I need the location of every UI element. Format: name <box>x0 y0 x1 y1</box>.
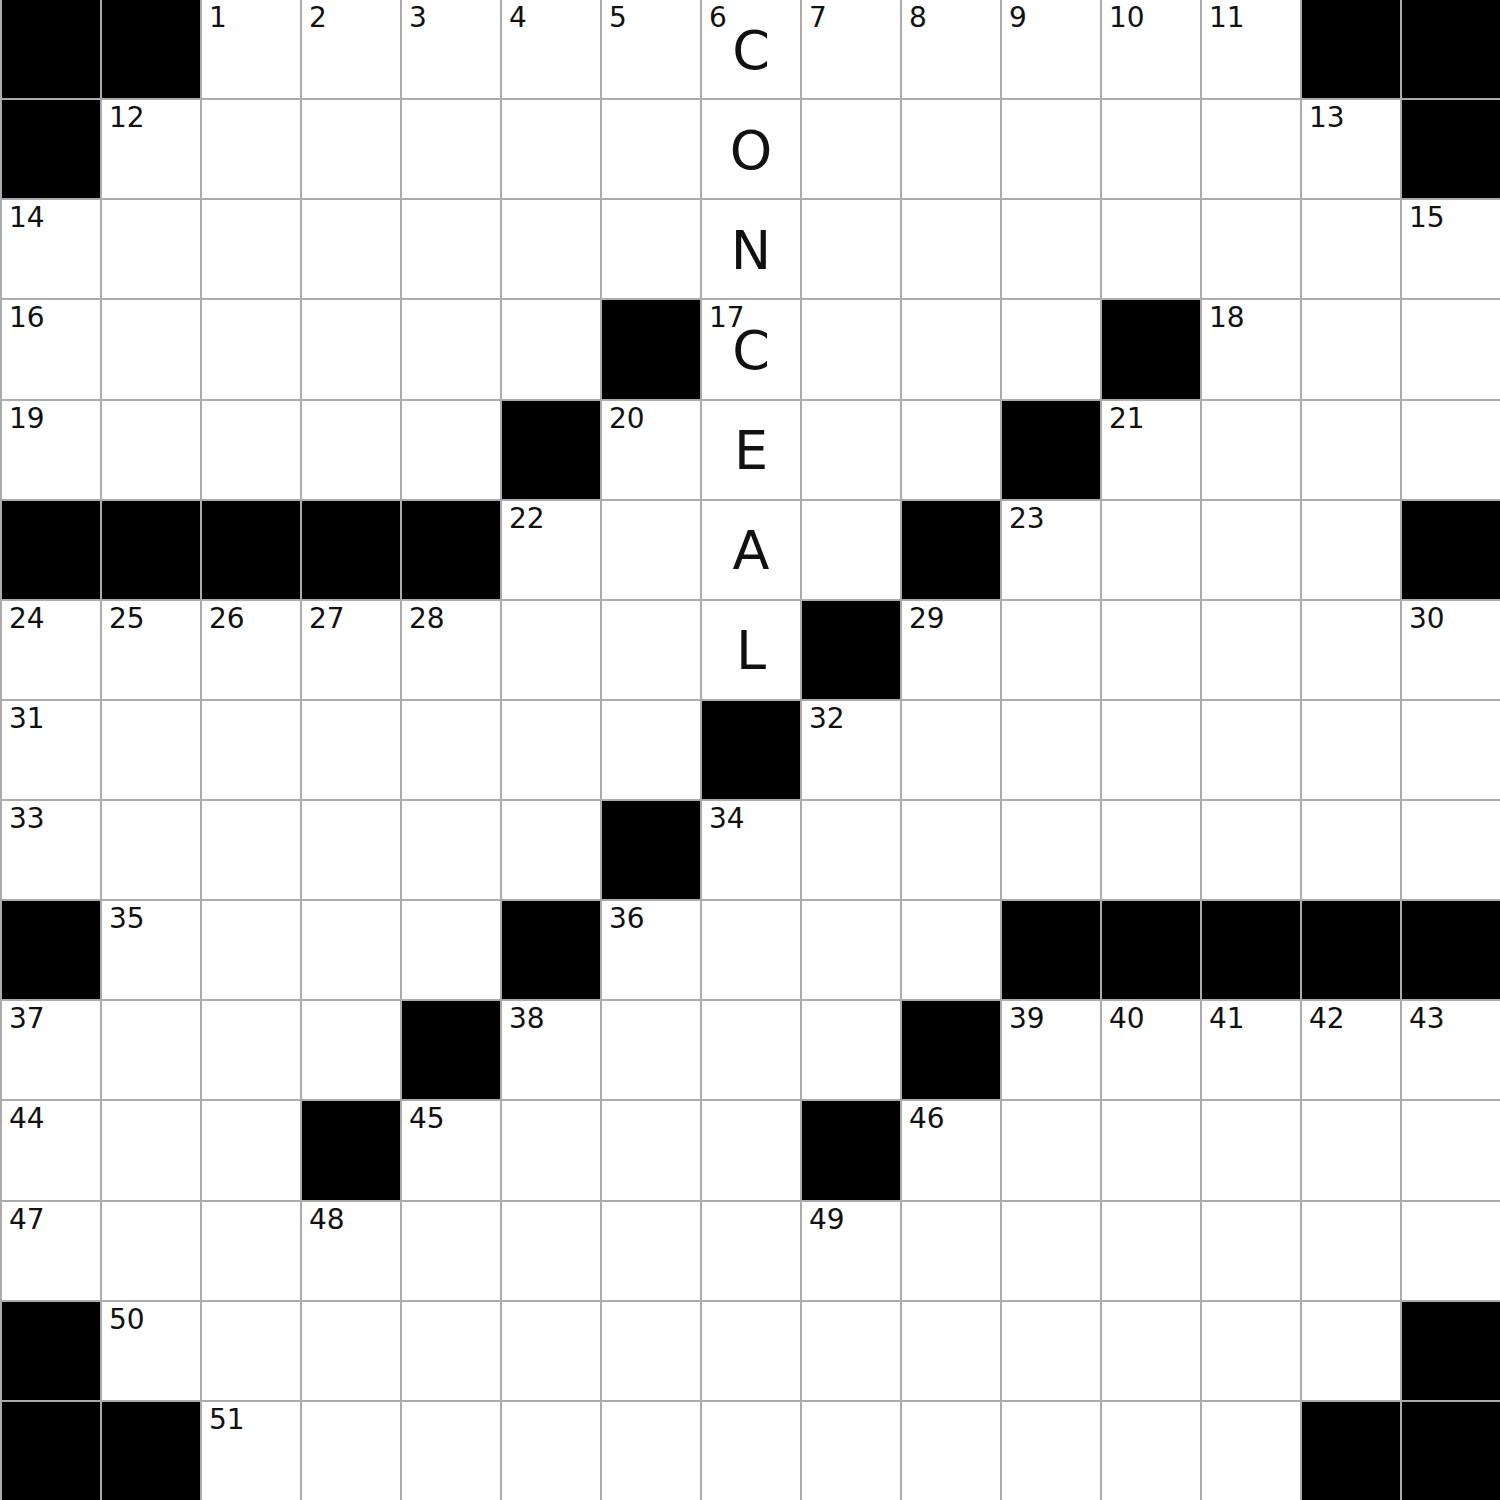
cell-4-3[interactable] <box>302 401 400 499</box>
clue-number: 19 <box>9 404 45 435</box>
clue-number: 30 <box>1409 604 1445 635</box>
black-cell-14-0 <box>2 1402 100 1500</box>
cell-3-0[interactable]: 16 <box>2 300 100 398</box>
cell-13-2[interactable] <box>202 1302 300 1400</box>
cell-1-1[interactable]: 12 <box>102 100 200 198</box>
black-cell-7-7 <box>702 701 800 799</box>
cell-2-7[interactable]: N <box>702 200 800 298</box>
cell-5-11[interactable] <box>1102 501 1200 599</box>
cell-8-8[interactable] <box>802 801 900 899</box>
cell-3-8[interactable] <box>802 300 900 398</box>
cell-11-12[interactable] <box>1202 1101 1300 1199</box>
cell-13-1[interactable]: 50 <box>102 1302 200 1400</box>
clue-number: 42 <box>1309 1004 1345 1035</box>
clue-number: 43 <box>1409 1004 1445 1035</box>
clue-number: 27 <box>309 604 345 635</box>
cell-10-13[interactable]: 42 <box>1302 1001 1400 1099</box>
black-cell-5-4 <box>402 501 500 599</box>
cell-14-3[interactable] <box>302 1402 400 1500</box>
cell-2-10[interactable] <box>1002 200 1100 298</box>
cell-3-1[interactable] <box>102 300 200 398</box>
cell-7-11[interactable] <box>1102 701 1200 799</box>
cell-1-11[interactable] <box>1102 100 1200 198</box>
cell-3-10[interactable] <box>1002 300 1100 398</box>
clue-number: 31 <box>9 704 45 735</box>
clue-number: 20 <box>609 404 645 435</box>
cell-letter: O <box>702 100 800 198</box>
cell-14-5[interactable] <box>502 1402 600 1500</box>
cell-4-7[interactable]: E <box>702 401 800 499</box>
cell-9-4[interactable] <box>402 901 500 999</box>
clue-number: 18 <box>1209 303 1245 334</box>
cell-8-3[interactable] <box>302 801 400 899</box>
black-cell-5-1 <box>102 501 200 599</box>
cell-2-0[interactable]: 14 <box>2 200 100 298</box>
cell-12-7[interactable] <box>702 1202 800 1300</box>
black-cell-9-13 <box>1302 901 1400 999</box>
cell-10-0[interactable]: 37 <box>2 1001 100 1099</box>
black-cell-4-5 <box>502 401 600 499</box>
cell-2-9[interactable] <box>902 200 1000 298</box>
cell-5-8[interactable] <box>802 501 900 599</box>
black-cell-9-14 <box>1402 901 1500 999</box>
cell-12-9[interactable] <box>902 1202 1000 1300</box>
black-cell-4-10 <box>1002 401 1100 499</box>
cell-11-5[interactable] <box>502 1101 600 1199</box>
black-cell-9-11 <box>1102 901 1200 999</box>
cell-13-7[interactable] <box>702 1302 800 1400</box>
cell-10-12[interactable]: 41 <box>1202 1001 1300 1099</box>
cell-5-13[interactable] <box>1302 501 1400 599</box>
cell-13-10[interactable] <box>1002 1302 1100 1400</box>
cell-12-6[interactable] <box>602 1202 700 1300</box>
clue-number: 12 <box>109 103 145 134</box>
cell-7-9[interactable] <box>902 701 1000 799</box>
clue-number: 13 <box>1309 103 1345 134</box>
cell-12-10[interactable] <box>1002 1202 1100 1300</box>
cell-2-3[interactable] <box>302 200 400 298</box>
clue-number: 11 <box>1209 3 1245 34</box>
cell-8-0[interactable]: 33 <box>2 801 100 899</box>
cell-1-8[interactable] <box>802 100 900 198</box>
clue-number: 23 <box>1009 504 1045 535</box>
cell-11-4[interactable]: 45 <box>402 1101 500 1199</box>
cell-12-3[interactable]: 48 <box>302 1202 400 1300</box>
black-cell-3-11 <box>1102 300 1200 398</box>
cell-letter: C <box>702 0 800 98</box>
cell-14-4[interactable] <box>402 1402 500 1500</box>
clue-number: 16 <box>9 303 45 334</box>
cell-3-13[interactable] <box>1302 300 1400 398</box>
cell-13-8[interactable] <box>802 1302 900 1400</box>
black-cell-5-14 <box>1402 501 1500 599</box>
cell-3-7[interactable]: 17C <box>702 300 800 398</box>
cell-6-0[interactable]: 24 <box>2 601 100 699</box>
cell-1-2[interactable] <box>202 100 300 198</box>
cell-12-5[interactable] <box>502 1202 600 1300</box>
cell-10-8[interactable] <box>802 1001 900 1099</box>
clue-number: 38 <box>509 1004 545 1035</box>
cell-4-6[interactable]: 20 <box>602 401 700 499</box>
cell-11-1[interactable] <box>102 1101 200 1199</box>
cell-4-12[interactable] <box>1202 401 1300 499</box>
cell-4-9[interactable] <box>902 401 1000 499</box>
cell-13-13[interactable] <box>1302 1302 1400 1400</box>
cell-7-12[interactable] <box>1202 701 1300 799</box>
clue-number: 39 <box>1009 1004 1045 1035</box>
cell-0-11[interactable]: 10 <box>1102 0 1200 98</box>
cell-7-14[interactable] <box>1402 701 1500 799</box>
cell-letter: A <box>702 501 800 599</box>
cell-3-2[interactable] <box>202 300 300 398</box>
cell-8-11[interactable] <box>1102 801 1200 899</box>
cell-6-12[interactable] <box>1202 601 1300 699</box>
clue-number: 29 <box>909 604 945 635</box>
cell-8-1[interactable] <box>102 801 200 899</box>
cell-13-4[interactable] <box>402 1302 500 1400</box>
clue-number: 49 <box>809 1205 845 1236</box>
cell-2-1[interactable] <box>102 200 200 298</box>
black-cell-1-14 <box>1402 100 1500 198</box>
cell-7-3[interactable] <box>302 701 400 799</box>
clue-number: 34 <box>709 804 745 835</box>
cell-5-5[interactable]: 22 <box>502 501 600 599</box>
cell-0-8[interactable]: 7 <box>802 0 900 98</box>
cell-11-10[interactable] <box>1002 1101 1100 1199</box>
cell-6-5[interactable] <box>502 601 600 699</box>
cell-9-7[interactable] <box>702 901 800 999</box>
cell-2-5[interactable] <box>502 200 600 298</box>
cell-7-4[interactable] <box>402 701 500 799</box>
cell-13-5[interactable] <box>502 1302 600 1400</box>
black-cell-5-2 <box>202 501 300 599</box>
black-cell-6-8 <box>802 601 900 699</box>
cell-1-6[interactable] <box>602 100 700 198</box>
black-cell-3-6 <box>602 300 700 398</box>
cell-7-10[interactable] <box>1002 701 1100 799</box>
cell-7-0[interactable]: 31 <box>2 701 100 799</box>
cell-2-11[interactable] <box>1102 200 1200 298</box>
cell-11-2[interactable] <box>202 1101 300 1199</box>
cell-14-11[interactable] <box>1102 1402 1200 1500</box>
clue-number: 35 <box>109 904 145 935</box>
cell-12-14[interactable] <box>1402 1202 1500 1300</box>
cell-13-12[interactable] <box>1202 1302 1300 1400</box>
black-cell-0-13 <box>1302 0 1400 98</box>
clue-number: 8 <box>909 3 927 34</box>
cell-10-3[interactable] <box>302 1001 400 1099</box>
cell-0-2[interactable]: 1 <box>202 0 300 98</box>
cell-4-4[interactable] <box>402 401 500 499</box>
black-cell-14-14 <box>1402 1402 1500 1500</box>
cell-14-2[interactable]: 51 <box>202 1402 300 1500</box>
cell-10-10[interactable]: 39 <box>1002 1001 1100 1099</box>
black-cell-14-1 <box>102 1402 200 1500</box>
cell-2-8[interactable] <box>802 200 900 298</box>
cell-1-3[interactable] <box>302 100 400 198</box>
cell-letter: N <box>702 200 800 298</box>
cell-3-12[interactable]: 18 <box>1202 300 1300 398</box>
cell-6-14[interactable]: 30 <box>1402 601 1500 699</box>
cell-6-9[interactable]: 29 <box>902 601 1000 699</box>
cell-4-1[interactable] <box>102 401 200 499</box>
black-cell-0-1 <box>102 0 200 98</box>
cell-10-7[interactable] <box>702 1001 800 1099</box>
cell-1-9[interactable] <box>902 100 1000 198</box>
cell-13-11[interactable] <box>1102 1302 1200 1400</box>
clue-number: 1 <box>209 3 227 34</box>
cell-3-3[interactable] <box>302 300 400 398</box>
cell-2-14[interactable]: 15 <box>1402 200 1500 298</box>
cell-2-6[interactable] <box>602 200 700 298</box>
cell-9-8[interactable] <box>802 901 900 999</box>
cell-12-13[interactable] <box>1302 1202 1400 1300</box>
cell-1-13[interactable]: 13 <box>1302 100 1400 198</box>
clue-number: 5 <box>609 3 627 34</box>
cell-12-0[interactable]: 47 <box>2 1202 100 1300</box>
cell-0-12[interactable]: 11 <box>1202 0 1300 98</box>
cell-6-11[interactable] <box>1102 601 1200 699</box>
black-cell-10-4 <box>402 1001 500 1099</box>
cell-6-7[interactable]: L <box>702 601 800 699</box>
cell-11-9[interactable]: 46 <box>902 1101 1000 1199</box>
cell-letter: L <box>702 601 800 699</box>
cell-0-6[interactable]: 5 <box>602 0 700 98</box>
clue-number: 46 <box>909 1104 945 1135</box>
cell-5-7[interactable]: A <box>702 501 800 599</box>
cell-7-1[interactable] <box>102 701 200 799</box>
clue-number: 9 <box>1009 3 1027 34</box>
cell-11-6[interactable] <box>602 1101 700 1199</box>
black-cell-5-3 <box>302 501 400 599</box>
cell-3-4[interactable] <box>402 300 500 398</box>
cell-1-10[interactable] <box>1002 100 1100 198</box>
cell-1-7[interactable]: O <box>702 100 800 198</box>
clue-number: 15 <box>1409 203 1445 234</box>
cell-0-9[interactable]: 8 <box>902 0 1000 98</box>
clue-number: 41 <box>1209 1004 1245 1035</box>
black-cell-5-9 <box>902 501 1000 599</box>
cell-7-2[interactable] <box>202 701 300 799</box>
crossword-grid: 123456C789101112O1314N151617C181920E2122… <box>0 0 1500 1500</box>
cell-8-5[interactable] <box>502 801 600 899</box>
black-cell-0-0 <box>2 0 100 98</box>
clue-number: 24 <box>9 604 45 635</box>
cell-13-6[interactable] <box>602 1302 700 1400</box>
cell-4-14[interactable] <box>1402 401 1500 499</box>
cell-7-6[interactable] <box>602 701 700 799</box>
black-cell-5-0 <box>2 501 100 599</box>
clue-number: 51 <box>209 1405 245 1436</box>
clue-number: 10 <box>1109 3 1145 34</box>
cell-14-8[interactable] <box>802 1402 900 1500</box>
clue-number: 50 <box>109 1305 145 1336</box>
clue-number: 21 <box>1109 404 1145 435</box>
black-cell-9-12 <box>1202 901 1300 999</box>
cell-13-3[interactable] <box>302 1302 400 1400</box>
cell-6-1[interactable]: 25 <box>102 601 200 699</box>
cell-6-2[interactable]: 26 <box>202 601 300 699</box>
cell-14-10[interactable] <box>1002 1402 1100 1500</box>
cell-12-11[interactable] <box>1102 1202 1200 1300</box>
cell-4-2[interactable] <box>202 401 300 499</box>
clue-number: 48 <box>309 1205 345 1236</box>
black-cell-13-0 <box>2 1302 100 1400</box>
cell-6-3[interactable]: 27 <box>302 601 400 699</box>
cell-10-2[interactable] <box>202 1001 300 1099</box>
cell-2-12[interactable] <box>1202 200 1300 298</box>
cell-6-13[interactable] <box>1302 601 1400 699</box>
cell-0-4[interactable]: 3 <box>402 0 500 98</box>
cell-12-4[interactable] <box>402 1202 500 1300</box>
cell-2-2[interactable] <box>202 200 300 298</box>
cell-8-14[interactable] <box>1402 801 1500 899</box>
cell-8-13[interactable] <box>1302 801 1400 899</box>
cell-0-10[interactable]: 9 <box>1002 0 1100 98</box>
cell-12-2[interactable] <box>202 1202 300 1300</box>
cell-8-9[interactable] <box>902 801 1000 899</box>
clue-number: 37 <box>9 1004 45 1035</box>
black-cell-14-13 <box>1302 1402 1400 1500</box>
black-cell-9-5 <box>502 901 600 999</box>
cell-1-4[interactable] <box>402 100 500 198</box>
cell-11-13[interactable] <box>1302 1101 1400 1199</box>
clue-number: 3 <box>409 3 427 34</box>
cell-14-7[interactable] <box>702 1402 800 1500</box>
cell-9-1[interactable]: 35 <box>102 901 200 999</box>
cell-10-14[interactable]: 43 <box>1402 1001 1500 1099</box>
cell-0-7[interactable]: 6C <box>702 0 800 98</box>
black-cell-1-0 <box>2 100 100 198</box>
cell-9-9[interactable] <box>902 901 1000 999</box>
black-cell-9-0 <box>2 901 100 999</box>
cell-0-3[interactable]: 2 <box>302 0 400 98</box>
clue-number: 40 <box>1109 1004 1145 1035</box>
cell-8-7[interactable]: 34 <box>702 801 800 899</box>
clue-number: 32 <box>809 704 845 735</box>
cell-4-0[interactable]: 19 <box>2 401 100 499</box>
cell-9-6[interactable]: 36 <box>602 901 700 999</box>
cell-8-2[interactable] <box>202 801 300 899</box>
clue-number: 33 <box>9 804 45 835</box>
black-cell-8-6 <box>602 801 700 899</box>
cell-letter: C <box>702 300 800 398</box>
cell-6-10[interactable] <box>1002 601 1100 699</box>
cell-1-12[interactable] <box>1202 100 1300 198</box>
cell-12-8[interactable]: 49 <box>802 1202 900 1300</box>
cell-10-11[interactable]: 40 <box>1102 1001 1200 1099</box>
cell-5-12[interactable] <box>1202 501 1300 599</box>
clue-number: 28 <box>409 604 445 635</box>
cell-3-14[interactable] <box>1402 300 1500 398</box>
cell-7-8[interactable]: 32 <box>802 701 900 799</box>
cell-8-4[interactable] <box>402 801 500 899</box>
cell-10-1[interactable] <box>102 1001 200 1099</box>
cell-10-6[interactable] <box>602 1001 700 1099</box>
cell-4-11[interactable]: 21 <box>1102 401 1200 499</box>
cell-14-6[interactable] <box>602 1402 700 1500</box>
clue-number: 14 <box>9 203 45 234</box>
clue-number: 26 <box>209 604 245 635</box>
cell-letter: E <box>702 401 800 499</box>
black-cell-10-9 <box>902 1001 1000 1099</box>
cell-5-6[interactable] <box>602 501 700 599</box>
cell-14-12[interactable] <box>1202 1402 1300 1500</box>
clue-number: 4 <box>509 3 527 34</box>
black-cell-11-8 <box>802 1101 900 1199</box>
cell-10-5[interactable]: 38 <box>502 1001 600 1099</box>
clue-number: 44 <box>9 1104 45 1135</box>
cell-6-6[interactable] <box>602 601 700 699</box>
cell-2-4[interactable] <box>402 200 500 298</box>
clue-number: 7 <box>809 3 827 34</box>
clue-number: 36 <box>609 904 645 935</box>
cell-2-13[interactable] <box>1302 200 1400 298</box>
cell-3-9[interactable] <box>902 300 1000 398</box>
cell-12-12[interactable] <box>1202 1202 1300 1300</box>
black-cell-13-14 <box>1402 1302 1500 1400</box>
cell-0-5[interactable]: 4 <box>502 0 600 98</box>
clue-number: 45 <box>409 1104 445 1135</box>
cell-12-1[interactable] <box>102 1202 200 1300</box>
cell-6-4[interactable]: 28 <box>402 601 500 699</box>
cell-3-5[interactable] <box>502 300 600 398</box>
clue-number: 25 <box>109 604 145 635</box>
cell-13-9[interactable] <box>902 1302 1000 1400</box>
cell-9-3[interactable] <box>302 901 400 999</box>
cell-11-0[interactable]: 44 <box>2 1101 100 1199</box>
cell-9-2[interactable] <box>202 901 300 999</box>
cell-4-8[interactable] <box>802 401 900 499</box>
clue-number: 47 <box>9 1205 45 1236</box>
cell-8-10[interactable] <box>1002 801 1100 899</box>
cell-8-12[interactable] <box>1202 801 1300 899</box>
cell-11-7[interactable] <box>702 1101 800 1199</box>
cell-11-14[interactable] <box>1402 1101 1500 1199</box>
cell-14-9[interactable] <box>902 1402 1000 1500</box>
black-cell-11-3 <box>302 1101 400 1199</box>
cell-11-11[interactable] <box>1102 1101 1200 1199</box>
cell-5-10[interactable]: 23 <box>1002 501 1100 599</box>
cell-7-5[interactable] <box>502 701 600 799</box>
black-cell-0-14 <box>1402 0 1500 98</box>
clue-number: 22 <box>509 504 545 535</box>
black-cell-9-10 <box>1002 901 1100 999</box>
cell-4-13[interactable] <box>1302 401 1400 499</box>
cell-1-5[interactable] <box>502 100 600 198</box>
cell-7-13[interactable] <box>1302 701 1400 799</box>
clue-number: 2 <box>309 3 327 34</box>
